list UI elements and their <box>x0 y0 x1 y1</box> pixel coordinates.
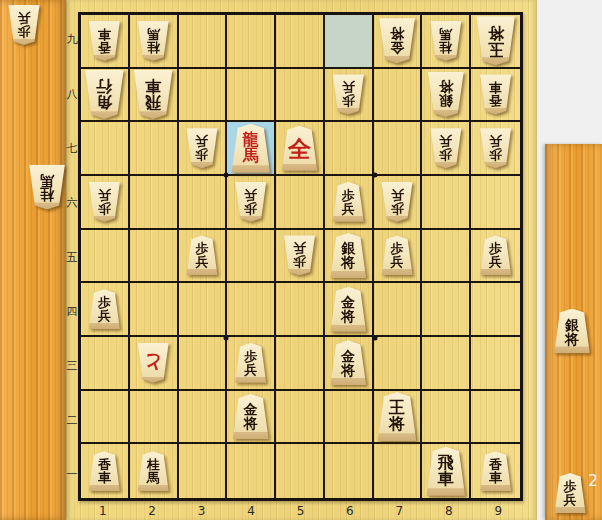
square-f9-r3[interactable] <box>471 337 520 391</box>
rank-label-4: 四 <box>66 304 78 319</box>
piece-kanji: 飛車 <box>145 78 161 110</box>
square-f6-r9-last-move-from[interactable] <box>325 15 374 69</box>
file-label-3: 3 <box>198 504 206 518</box>
square-f7-r9[interactable]: 金将 <box>374 15 423 69</box>
piece-face: 歩兵 <box>381 235 414 275</box>
square-f3-r8[interactable] <box>179 69 228 123</box>
square-f2-r9[interactable]: 桂馬 <box>130 15 179 69</box>
piece-top-pawn[interactable]: 歩兵 <box>479 128 512 168</box>
piece-kanji: 龍馬 <box>243 132 259 164</box>
file-label-8: 8 <box>445 504 453 518</box>
square-f2-r7[interactable] <box>130 122 179 176</box>
square-f9-r4[interactable] <box>471 283 520 337</box>
square-f3-r4[interactable] <box>179 283 228 337</box>
file-label-2: 2 <box>148 504 156 518</box>
piece-kanji: 香車 <box>489 458 502 484</box>
square-f8-r4[interactable] <box>422 283 471 337</box>
piece-face: 玉将 <box>475 16 516 65</box>
hand-piece-bottom-silver[interactable]: 銀将 <box>553 309 591 354</box>
square-f5-r4[interactable] <box>276 283 325 337</box>
file-label-7: 7 <box>396 504 404 518</box>
square-f3-r7[interactable]: 歩兵 <box>179 122 228 176</box>
piece-bottom-gold[interactable]: 金将 <box>329 287 367 332</box>
star-point <box>224 173 229 178</box>
piece-kanji: 歩兵 <box>342 189 355 215</box>
piece-kanji: 歩兵 <box>244 189 257 215</box>
star-point <box>372 173 377 178</box>
piece-kanji: 歩兵 <box>439 135 452 161</box>
piece-kanji: 歩兵 <box>98 296 111 322</box>
piece-kanji: 歩兵 <box>489 135 502 161</box>
rank-label-6: 六 <box>66 195 78 210</box>
piece-kanji: 歩兵 <box>391 189 404 215</box>
piece-kanji: 歩兵 <box>489 242 502 268</box>
piece-top-rook[interactable]: 飛車 <box>133 70 174 119</box>
piece-kanji: 歩兵 <box>293 242 306 268</box>
piece-bottom-knight[interactable]: 桂馬 <box>137 451 170 491</box>
piece-face: 歩兵 <box>185 128 218 168</box>
square-f5-r1[interactable] <box>276 444 325 498</box>
piece-bottom-pawn[interactable]: 歩兵 <box>185 235 218 275</box>
piece-face: 歩兵 <box>381 182 414 222</box>
piece-face: 銀将 <box>427 72 465 117</box>
piece-face: 香車 <box>479 74 512 114</box>
square-f4-r1[interactable] <box>227 444 276 498</box>
piece-top-pawn[interactable]: 歩兵 <box>429 128 462 168</box>
square-f5-r9[interactable] <box>276 15 325 69</box>
square-f5-r5[interactable]: 歩兵 <box>276 230 325 284</box>
square-f6-r2[interactable] <box>325 391 374 445</box>
piece-face: 飛車 <box>425 447 466 496</box>
square-f8-r3[interactable] <box>422 337 471 391</box>
piece-kanji: 銀将 <box>565 317 579 345</box>
hand-piece-top-knight[interactable]: 桂馬 <box>28 165 66 210</box>
piece-top-pawn[interactable]: 歩兵 <box>332 74 365 114</box>
square-f9-r8[interactable]: 香車 <box>471 69 520 123</box>
piece-kanji: 金将 <box>244 402 258 430</box>
rank-label-2: 二 <box>66 413 78 428</box>
piece-kanji: 歩兵 <box>98 189 111 215</box>
piece-kanji: 飛車 <box>438 455 454 487</box>
piece-face: 金将 <box>329 340 367 385</box>
piece-bottom-pawn[interactable]: 歩兵 <box>381 235 414 275</box>
piece-bottom-pawn[interactable]: 歩兵 <box>332 182 365 222</box>
square-f7-r5[interactable]: 歩兵 <box>374 230 423 284</box>
file-label-4: 4 <box>247 504 255 518</box>
piece-top-pawn[interactable]: 歩兵 <box>234 182 267 222</box>
square-f8-r9[interactable]: 桂馬 <box>422 15 471 69</box>
square-f9-r1[interactable]: 香車 <box>471 444 520 498</box>
piece-kanji: 銀将 <box>439 80 453 108</box>
file-label-1: 1 <box>99 504 107 518</box>
star-point <box>372 336 377 341</box>
square-f7-r2[interactable]: 王将 <box>374 391 423 445</box>
square-f5-r3[interactable] <box>276 337 325 391</box>
piece-bottom-gold[interactable]: 金将 <box>329 340 367 385</box>
shogi-app: 香車桂馬金将桂馬玉将角行飛車歩兵銀将香車歩兵龍馬全歩兵歩兵歩兵歩兵歩兵歩兵歩兵歩… <box>0 0 602 520</box>
piece-face: 歩兵 <box>429 128 462 168</box>
piece-face: 角行 <box>84 70 125 119</box>
piece-bottom-uma[interactable]: 龍馬 <box>230 124 271 173</box>
square-f9-r5[interactable]: 歩兵 <box>471 230 520 284</box>
piece-top-bishop[interactable]: 角行 <box>84 70 125 119</box>
piece-kanji: 桂馬 <box>439 28 452 54</box>
piece-face: 歩兵 <box>185 235 218 275</box>
piece-face: 歩兵 <box>8 5 41 45</box>
piece-kanji: 桂馬 <box>147 458 160 484</box>
square-f4-r5[interactable] <box>227 230 276 284</box>
piece-face: 銀将 <box>329 233 367 278</box>
piece-kanji: 玉将 <box>488 25 504 57</box>
square-f7-r7[interactable] <box>374 122 423 176</box>
square-f7-r6[interactable]: 歩兵 <box>374 176 423 230</box>
square-f8-r6[interactable] <box>422 176 471 230</box>
piece-top-gold[interactable]: 金将 <box>378 18 416 63</box>
piece-face: 桂馬 <box>429 21 462 61</box>
piece-top-silver[interactable]: 銀将 <box>427 72 465 117</box>
square-f7-r8[interactable] <box>374 69 423 123</box>
square-f3-r5[interactable]: 歩兵 <box>179 230 228 284</box>
square-f4-r2[interactable]: 金将 <box>227 391 276 445</box>
piece-kanji: 歩兵 <box>195 242 208 268</box>
piece-face: 香車 <box>88 21 121 61</box>
square-f6-r4[interactable]: 金将 <box>325 283 374 337</box>
piece-face: 桂馬 <box>137 451 170 491</box>
piece-face: 金将 <box>329 287 367 332</box>
piece-top-pawn[interactable]: 歩兵 <box>88 182 121 222</box>
piece-bottom-pawn[interactable]: 歩兵 <box>88 289 121 329</box>
square-f1-r2[interactable] <box>81 391 130 445</box>
square-f1-r8[interactable]: 角行 <box>81 69 130 123</box>
piece-kanji: と <box>143 353 162 372</box>
piece-face: 歩兵 <box>332 182 365 222</box>
piece-top-knight[interactable]: 桂馬 <box>137 21 170 61</box>
square-f4-r4[interactable] <box>227 283 276 337</box>
square-f3-r3[interactable] <box>179 337 228 391</box>
square-f1-r5[interactable] <box>81 230 130 284</box>
piece-bottom-pawn[interactable]: 歩兵 <box>234 343 267 383</box>
piece-kanji: 角行 <box>96 78 112 110</box>
square-f1-r7[interactable] <box>81 122 130 176</box>
hand-piece-bottom-pawn[interactable]: 歩兵 <box>554 473 587 513</box>
square-f3-r1[interactable] <box>179 444 228 498</box>
piece-kanji: 銀将 <box>341 241 355 269</box>
piece-kanji: 桂馬 <box>40 173 54 201</box>
square-f5-r6[interactable] <box>276 176 325 230</box>
top-player-piece-stand <box>0 0 66 520</box>
piece-face: 歩兵 <box>283 235 316 275</box>
square-f6-r7[interactable] <box>325 122 374 176</box>
square-f3-r2[interactable] <box>179 391 228 445</box>
square-f3-r9[interactable] <box>179 15 228 69</box>
piece-top-pawn[interactable]: 歩兵 <box>381 182 414 222</box>
piece-bottom-lance[interactable]: 香車 <box>88 451 121 491</box>
square-f4-r7-last-move-to[interactable]: 龍馬 <box>227 122 276 176</box>
square-f6-r3[interactable]: 金将 <box>325 337 374 391</box>
piece-top-pawn[interactable]: 歩兵 <box>283 235 316 275</box>
piece-bottom-pawn[interactable]: 歩兵 <box>479 235 512 275</box>
file-label-9: 9 <box>494 504 502 518</box>
square-f6-r8[interactable]: 歩兵 <box>325 69 374 123</box>
square-f8-r5[interactable] <box>422 230 471 284</box>
rank-label-9: 九 <box>66 32 78 47</box>
piece-kanji: 歩兵 <box>195 135 208 161</box>
piece-face: 金将 <box>232 394 270 439</box>
piece-bottom-king-ou[interactable]: 王将 <box>377 392 418 441</box>
rank-label-1: 一 <box>66 467 78 482</box>
piece-kanji: 金将 <box>341 295 355 323</box>
piece-top-tokin[interactable]: と <box>137 343 170 383</box>
piece-bottom-rook[interactable]: 飛車 <box>425 447 466 496</box>
piece-top-knight[interactable]: 桂馬 <box>429 21 462 61</box>
piece-face: 龍馬 <box>230 124 271 173</box>
piece-face: と <box>137 343 170 383</box>
square-f1-r4[interactable]: 歩兵 <box>81 283 130 337</box>
square-f7-r4[interactable] <box>374 283 423 337</box>
square-f4-r6[interactable]: 歩兵 <box>227 176 276 230</box>
rank-label-7: 七 <box>66 141 78 156</box>
square-f8-r7[interactable]: 歩兵 <box>422 122 471 176</box>
file-label-5: 5 <box>297 504 305 518</box>
piece-kanji: 金将 <box>390 27 404 55</box>
square-f4-r3[interactable]: 歩兵 <box>227 337 276 391</box>
piece-face: 歩兵 <box>479 235 512 275</box>
square-f6-r1[interactable] <box>325 444 374 498</box>
square-f1-r6[interactable]: 歩兵 <box>81 176 130 230</box>
piece-face: 歩兵 <box>479 128 512 168</box>
square-f2-r3[interactable]: と <box>130 337 179 391</box>
rank-label-3: 三 <box>66 358 78 373</box>
piece-kanji: 香車 <box>489 81 502 107</box>
piece-kanji: 香車 <box>98 458 111 484</box>
rank-label-8: 八 <box>66 87 78 102</box>
piece-kanji: 歩兵 <box>342 81 355 107</box>
square-f9-r9[interactable]: 玉将 <box>471 15 520 69</box>
piece-kanji: 歩兵 <box>18 12 31 38</box>
square-f5-r8[interactable] <box>276 69 325 123</box>
piece-bottom-silver[interactable]: 銀将 <box>329 233 367 278</box>
piece-face: 王将 <box>377 392 418 441</box>
square-f8-r1[interactable]: 飛車 <box>422 444 471 498</box>
piece-kanji: 香車 <box>98 28 111 54</box>
piece-face: 全 <box>280 126 318 171</box>
square-f7-r1[interactable] <box>374 444 423 498</box>
piece-kanji: 歩兵 <box>391 242 404 268</box>
square-f2-r5[interactable] <box>130 230 179 284</box>
square-f3-r6[interactable] <box>179 176 228 230</box>
piece-face: 歩兵 <box>88 182 121 222</box>
piece-face: 歩兵 <box>554 473 587 513</box>
piece-kanji: 金将 <box>341 349 355 377</box>
piece-face: 歩兵 <box>88 289 121 329</box>
square-f9-r2[interactable] <box>471 391 520 445</box>
square-f4-r8[interactable] <box>227 69 276 123</box>
piece-bottom-gold[interactable]: 金将 <box>232 394 270 439</box>
square-f8-r2[interactable] <box>422 391 471 445</box>
square-f6-r6[interactable]: 歩兵 <box>325 176 374 230</box>
piece-top-king-gyoku[interactable]: 玉将 <box>475 16 516 65</box>
star-point <box>224 336 229 341</box>
square-f5-r2[interactable] <box>276 391 325 445</box>
square-f2-r4[interactable] <box>130 283 179 337</box>
square-f1-r9[interactable]: 香車 <box>81 15 130 69</box>
square-f2-r6[interactable] <box>130 176 179 230</box>
square-f2-r8[interactable]: 飛車 <box>130 69 179 123</box>
piece-face: 歩兵 <box>332 74 365 114</box>
piece-kanji: 歩兵 <box>244 350 257 376</box>
hand-piece-count: 2 <box>588 472 598 490</box>
square-f1-r3[interactable] <box>81 337 130 391</box>
square-f5-r7[interactable]: 全 <box>276 122 325 176</box>
square-f6-r5[interactable]: 銀将 <box>325 230 374 284</box>
square-f1-r1[interactable]: 香車 <box>81 444 130 498</box>
piece-face: 桂馬 <box>28 165 66 210</box>
square-f9-r6[interactable] <box>471 176 520 230</box>
piece-top-lance[interactable]: 香車 <box>88 21 121 61</box>
piece-face: 歩兵 <box>234 343 267 383</box>
square-f4-r9[interactable] <box>227 15 276 69</box>
square-f2-r1[interactable]: 桂馬 <box>130 444 179 498</box>
rank-label-5: 五 <box>66 250 78 265</box>
piece-face: 香車 <box>479 451 512 491</box>
piece-face: 金将 <box>378 18 416 63</box>
square-f2-r2[interactable] <box>130 391 179 445</box>
square-f7-r3[interactable] <box>374 337 423 391</box>
shogi-board: 香車桂馬金将桂馬玉将角行飛車歩兵銀将香車歩兵龍馬全歩兵歩兵歩兵歩兵歩兵歩兵歩兵歩… <box>78 12 523 501</box>
piece-face: 飛車 <box>133 70 174 119</box>
piece-kanji: 桂馬 <box>147 28 160 54</box>
piece-face: 香車 <box>88 451 121 491</box>
piece-kanji: 王将 <box>389 400 405 432</box>
piece-top-lance[interactable]: 香車 <box>479 74 512 114</box>
piece-kanji: 歩兵 <box>564 480 577 506</box>
piece-face: 桂馬 <box>137 21 170 61</box>
piece-bottom-narigin[interactable]: 全 <box>280 126 318 171</box>
piece-bottom-lance[interactable]: 香車 <box>479 451 512 491</box>
piece-face: 歩兵 <box>234 182 267 222</box>
piece-face: 銀将 <box>553 309 591 354</box>
file-label-6: 6 <box>346 504 354 518</box>
piece-top-pawn[interactable]: 歩兵 <box>185 128 218 168</box>
square-f8-r8[interactable]: 銀将 <box>422 69 471 123</box>
square-f9-r7[interactable]: 歩兵 <box>471 122 520 176</box>
hand-piece-top-pawn[interactable]: 歩兵 <box>8 5 41 45</box>
piece-kanji: 全 <box>288 137 311 160</box>
